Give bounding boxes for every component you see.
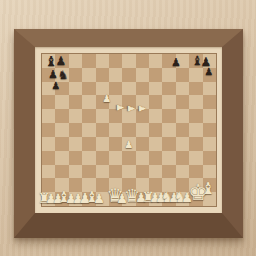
board-square[interactable] [189,68,202,82]
board-square[interactable] [69,82,82,96]
board-square[interactable] [189,151,202,165]
board-square[interactable] [149,95,162,109]
board-square[interactable] [176,82,189,96]
board-square[interactable] [162,95,175,109]
board-square[interactable] [149,165,162,179]
board-square[interactable] [82,123,95,137]
board-square[interactable] [203,82,216,96]
board-square[interactable] [203,137,216,151]
board-square[interactable] [176,123,189,137]
board-square[interactable] [55,137,68,151]
board-square[interactable] [69,95,82,109]
board-square[interactable] [42,109,55,123]
board-square[interactable] [109,68,122,82]
board-square[interactable] [189,82,202,96]
board-square[interactable] [69,109,82,123]
board-square[interactable] [109,151,122,165]
board-square[interactable] [82,82,95,96]
board-square[interactable] [82,151,95,165]
board-square[interactable] [136,165,149,179]
board-square[interactable] [189,95,202,109]
board-square[interactable] [203,95,216,109]
board-square[interactable] [162,137,175,151]
board-square[interactable] [162,123,175,137]
board-square[interactable] [69,165,82,179]
board-square[interactable] [136,123,149,137]
board-square[interactable] [176,151,189,165]
piece-black-pawn[interactable]: ♟ [202,67,216,77]
board-square[interactable] [55,123,68,137]
board-square[interactable] [136,137,149,151]
piece-white-pawn[interactable]: ♟ [100,94,114,104]
board-square[interactable] [149,123,162,137]
board-square[interactable] [203,109,216,123]
board-square[interactable] [42,123,55,137]
board-square[interactable] [189,123,202,137]
board-square[interactable] [96,151,109,165]
board-square[interactable] [136,54,149,68]
board-square[interactable] [55,165,68,179]
piece-black-pawn[interactable]: ♟ [53,55,69,67]
board-square[interactable] [69,151,82,165]
board-square[interactable] [69,54,82,68]
board-square[interactable] [55,95,68,109]
board-square[interactable] [69,137,82,151]
piece-white-pawn[interactable]: ♟ [137,102,146,115]
board-square[interactable] [149,54,162,68]
board-square[interactable] [82,54,95,68]
board-square[interactable] [109,54,122,68]
board-square[interactable] [149,109,162,123]
board-square[interactable] [189,137,202,151]
board-square[interactable] [176,68,189,82]
piece-white-pawn[interactable]: ♟ [115,101,124,114]
board-square[interactable] [96,123,109,137]
board-square[interactable] [149,137,162,151]
board-square[interactable] [55,109,68,123]
board-square[interactable] [96,54,109,68]
board-square[interactable] [136,151,149,165]
board-square[interactable] [203,151,216,165]
board-square[interactable] [42,137,55,151]
board-square[interactable] [82,68,95,82]
board-square[interactable] [122,151,135,165]
board-square[interactable] [176,95,189,109]
board-square[interactable] [96,137,109,151]
board-square[interactable] [149,68,162,82]
board-square[interactable] [162,109,175,123]
board-square[interactable] [82,109,95,123]
board-square[interactable] [149,82,162,96]
piece-black-pawn[interactable]: ♟ [169,57,184,68]
board-square[interactable] [82,165,95,179]
board-square[interactable] [109,123,122,137]
board-square[interactable] [162,151,175,165]
board-square[interactable] [162,68,175,82]
board-square[interactable] [176,165,189,179]
board-square[interactable] [149,151,162,165]
board-square[interactable] [109,165,122,179]
board-square[interactable] [82,137,95,151]
board-square[interactable] [203,123,216,137]
board-square[interactable] [136,82,149,96]
board-square[interactable] [176,109,189,123]
board-square[interactable] [42,151,55,165]
board-square[interactable] [122,165,135,179]
board-square[interactable] [82,95,95,109]
board-square[interactable] [189,109,202,123]
board-square[interactable] [69,123,82,137]
chessboard-photo-scene: ♝♟♟♞♟♟♝♟♟♟♟♟♟♟♜♟♟♝♟♟♟♝♟♛♟♛♟♜♟♟♞♟♞♟♚♝ [0,0,256,256]
board-square[interactable] [162,165,175,179]
board-square[interactable] [122,82,135,96]
board-square[interactable] [96,165,109,179]
piece-black-pawn[interactable]: ♟ [49,81,63,91]
board-square[interactable] [42,95,55,109]
piece-white-pawn[interactable]: ♟ [122,140,136,150]
board-square[interactable] [109,137,122,151]
board-square[interactable] [162,82,175,96]
board-square[interactable] [122,68,135,82]
piece-white-bishop[interactable]: ♝ [198,181,218,197]
board-square[interactable] [55,151,68,165]
board-square[interactable] [96,109,109,123]
board-square[interactable] [176,137,189,151]
board-square[interactable] [203,165,216,179]
board-square[interactable] [136,68,149,82]
board-square[interactable] [42,165,55,179]
piece-white-pawn[interactable]: ♟ [126,102,135,115]
board-square[interactable] [96,68,109,82]
board-square[interactable] [122,123,135,137]
board-square[interactable] [189,165,202,179]
board-square[interactable] [122,54,135,68]
